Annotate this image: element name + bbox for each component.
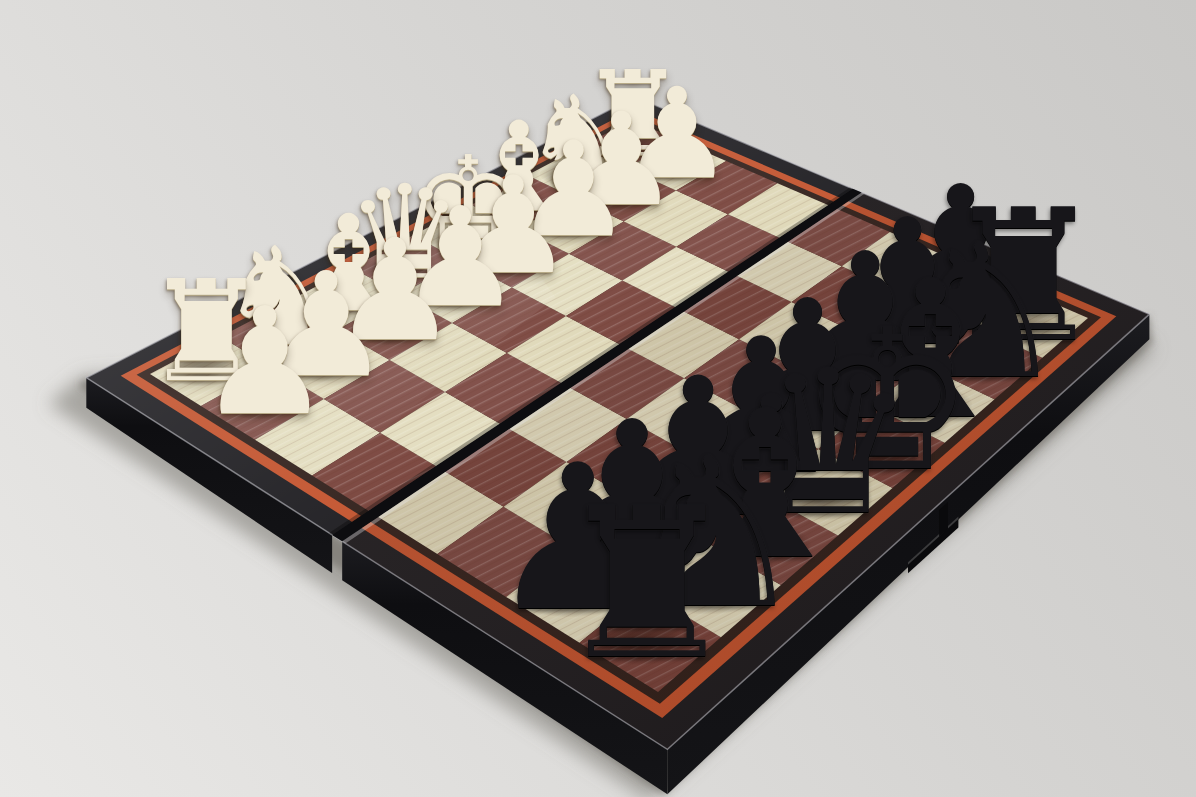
black-rook-a8[interactable]: ♜ <box>554 480 740 688</box>
photo-backdrop: ♜♟♞♟♝♟♚♟♛♟♟♝♜♟♟♞♞♟♟♜♟♝♟♚♟♛♟♝♟♞♟♜ <box>0 0 1196 797</box>
white-pawn-a2[interactable]: ♟ <box>199 288 332 436</box>
